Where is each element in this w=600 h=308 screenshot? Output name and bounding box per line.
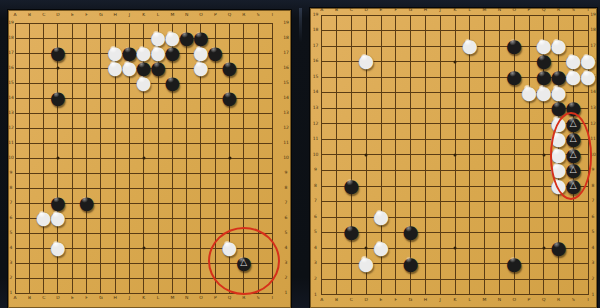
goban-cell[interactable] [36,76,50,91]
goban-cell[interactable] [418,209,433,225]
goban-cell[interactable]: ● [507,38,522,54]
goban-cell[interactable] [522,132,537,148]
goban-cell[interactable] [536,7,551,23]
goban-cell[interactable] [194,151,208,166]
goban-cell[interactable] [22,271,36,286]
goban-cell[interactable] [65,241,79,256]
goban-cell[interactable] [448,116,463,132]
goban-cell[interactable] [265,46,279,61]
goban-cell[interactable] [566,7,581,23]
goban-cell[interactable] [179,151,193,166]
goban-cell[interactable] [179,286,193,301]
goban-cell[interactable]: ● [51,91,65,106]
goban-cell[interactable] [94,46,108,61]
goban-cell[interactable] [344,23,359,39]
goban-cell[interactable] [108,286,122,301]
goban-cell[interactable] [165,256,179,271]
goban-cell[interactable] [522,240,537,256]
goban-cell[interactable] [329,240,344,256]
goban-cell[interactable] [237,196,251,211]
goban-cell[interactable] [151,286,165,301]
goban-cell[interactable] [237,121,251,136]
goban-cell[interactable] [165,106,179,121]
goban-cell[interactable] [8,226,22,241]
goban-cell[interactable]: ● [51,241,65,256]
goban-cell[interactable] [165,151,179,166]
goban-cell[interactable] [522,287,537,303]
goban-cell[interactable] [208,61,222,76]
goban-cell[interactable] [448,23,463,39]
goban-cell[interactable] [122,151,136,166]
goban-cell[interactable] [314,194,329,210]
goban-cell[interactable] [462,272,477,288]
goban-cell[interactable] [329,116,344,132]
goban-cell[interactable] [22,46,36,61]
goban-cell[interactable] [314,23,329,39]
goban-cell[interactable] [51,151,65,166]
goban-cell[interactable] [222,211,236,226]
goban-cell[interactable] [433,147,448,163]
goban-cell[interactable] [462,147,477,163]
goban-cell[interactable]: ● [374,209,389,225]
goban-cell[interactable] [65,256,79,271]
goban-cell[interactable] [36,61,50,76]
goban-cell[interactable] [265,286,279,301]
goban-cell[interactable] [137,256,151,271]
goban-cell[interactable] [194,271,208,286]
goban-cell[interactable] [94,16,108,31]
goban-cell[interactable] [65,211,79,226]
goban-cell[interactable] [151,106,165,121]
goban-cell[interactable] [251,46,265,61]
goban-cell[interactable] [477,272,492,288]
goban-cell[interactable] [251,196,265,211]
goban-cell[interactable]: ● [151,61,165,76]
goban-cell[interactable] [237,91,251,106]
goban-cell[interactable] [448,256,463,272]
goban-cell[interactable] [22,241,36,256]
goban-cell[interactable] [418,54,433,70]
goban-cell[interactable] [151,121,165,136]
goban-cell[interactable] [194,166,208,181]
goban-cell[interactable] [388,132,403,148]
goban-cell[interactable] [522,116,537,132]
goban-cell[interactable] [8,241,22,256]
goban-cell[interactable] [165,181,179,196]
goban-cell[interactable] [251,211,265,226]
goban-cell[interactable]: ● [222,61,236,76]
goban-cell[interactable] [418,7,433,23]
goban-cell[interactable] [403,101,418,117]
goban-cell[interactable] [51,166,65,181]
goban-cell[interactable] [492,225,507,241]
goban-cell[interactable] [522,225,537,241]
goban-cell[interactable] [222,31,236,46]
goban-cell[interactable] [507,7,522,23]
goban-cell[interactable] [492,240,507,256]
goban-cell[interactable] [403,163,418,179]
goban-cell[interactable] [165,271,179,286]
goban-cell[interactable] [566,240,581,256]
goban-cell[interactable] [94,91,108,106]
goban-cell[interactable] [137,211,151,226]
goban-cell[interactable] [462,101,477,117]
goban-cell[interactable] [418,178,433,194]
goban-cell[interactable] [462,54,477,70]
goban-cell[interactable] [433,272,448,288]
goban-cell[interactable] [344,7,359,23]
goban-cell[interactable] [265,136,279,151]
goban-cell[interactable] [329,272,344,288]
goban-cell[interactable] [448,178,463,194]
goban-cell[interactable] [222,106,236,121]
goban-cell[interactable] [251,121,265,136]
goban-cell[interactable] [403,147,418,163]
goban-cell[interactable] [492,194,507,210]
goban-cell[interactable] [448,163,463,179]
goban-cell[interactable] [433,225,448,241]
goban-cell[interactable] [536,272,551,288]
goban-cell[interactable] [237,181,251,196]
goban-cell[interactable] [94,106,108,121]
goban-cell[interactable] [344,85,359,101]
goban-cell[interactable] [344,272,359,288]
goban-cell[interactable] [374,163,389,179]
goban-cell[interactable] [314,85,329,101]
goban-cell[interactable] [536,101,551,117]
goban-cell[interactable] [79,76,93,91]
goban-cell[interactable] [359,287,374,303]
goban-cell[interactable] [22,151,36,166]
goban-cell[interactable]: ● [581,69,596,85]
goban-cell[interactable]: ● [108,61,122,76]
goban-cell[interactable] [536,209,551,225]
goban-cell[interactable] [344,256,359,272]
goban-cell[interactable] [344,194,359,210]
goban-cell[interactable] [108,136,122,151]
goban-cell[interactable] [314,116,329,132]
goban-cell[interactable] [36,31,50,46]
goban-cell[interactable] [462,194,477,210]
goban-cell[interactable] [79,256,93,271]
goban-cell[interactable] [522,272,537,288]
goban-cell[interactable] [194,241,208,256]
goban-cell[interactable] [433,7,448,23]
goban-cell[interactable] [477,116,492,132]
goban-cell[interactable] [581,209,596,225]
goban-cell[interactable] [536,116,551,132]
goban-cell[interactable] [403,54,418,70]
goban-cell[interactable] [94,166,108,181]
goban-cell[interactable] [108,256,122,271]
goban-cell[interactable] [418,194,433,210]
goban-cell[interactable] [108,271,122,286]
goban-cell[interactable] [581,225,596,241]
goban-cell[interactable] [179,136,193,151]
goban-cell[interactable] [222,16,236,31]
goban-cell[interactable] [208,166,222,181]
goban-cell[interactable] [108,181,122,196]
goban-cell[interactable] [22,166,36,181]
goban-cell[interactable] [448,209,463,225]
goban-cell[interactable] [448,240,463,256]
goban-cell[interactable] [374,132,389,148]
goban-cell[interactable] [251,136,265,151]
goban-cell[interactable] [477,132,492,148]
goban-cell[interactable] [237,61,251,76]
goban-cell[interactable] [151,241,165,256]
goban-cell[interactable] [448,194,463,210]
goban-cell[interactable] [522,23,537,39]
goban-cell[interactable] [65,16,79,31]
goban-cell[interactable]: ● [566,69,581,85]
goban-cell[interactable] [492,85,507,101]
goban-cell[interactable] [251,151,265,166]
goban-cell[interactable] [359,7,374,23]
goban-cell[interactable] [492,256,507,272]
goban-cell[interactable] [237,211,251,226]
goban-cell[interactable] [433,54,448,70]
goban-cell[interactable] [374,38,389,54]
goban-cell[interactable] [477,85,492,101]
goban-cell[interactable] [8,16,22,31]
goban-cell[interactable] [374,256,389,272]
goban-cell[interactable] [492,209,507,225]
goban-cell[interactable] [329,85,344,101]
goban-cell[interactable] [344,287,359,303]
goban-cell[interactable] [36,226,50,241]
goban-cell[interactable] [329,163,344,179]
goban-cell[interactable] [8,151,22,166]
goban-cell[interactable] [477,287,492,303]
goban-cell[interactable] [418,38,433,54]
goban-cell[interactable] [36,241,50,256]
goban-cell[interactable]: ● [359,256,374,272]
goban-cell[interactable] [522,163,537,179]
goban-cell[interactable] [251,61,265,76]
goban-cell[interactable] [79,46,93,61]
goban-cell[interactable] [194,91,208,106]
goban-cell[interactable] [433,23,448,39]
goban-cell[interactable] [477,240,492,256]
goban-cell[interactable] [522,178,537,194]
goban-cell[interactable] [51,16,65,31]
goban-cell[interactable] [8,91,22,106]
goban-cell[interactable] [8,196,22,211]
goban-cell[interactable] [522,101,537,117]
goban-cell[interactable] [108,226,122,241]
goban-cell[interactable] [507,147,522,163]
goban-cell[interactable] [265,151,279,166]
goban-cell[interactable] [536,163,551,179]
goban-cell[interactable] [194,76,208,91]
goban-cell[interactable] [433,178,448,194]
goban-cell[interactable] [265,106,279,121]
goban-cell[interactable] [65,91,79,106]
goban-cell[interactable] [492,101,507,117]
goban-cell[interactable] [551,209,566,225]
goban-cell[interactable] [403,23,418,39]
goban-cell[interactable] [477,101,492,117]
goban-cell[interactable] [566,225,581,241]
goban-cell[interactable] [492,178,507,194]
goban-cell[interactable] [165,241,179,256]
goban-cell[interactable] [388,23,403,39]
goban-cell[interactable] [462,69,477,85]
goban-cell[interactable]: ● [165,76,179,91]
goban-cell[interactable] [122,166,136,181]
goban-cell[interactable]: ● [344,225,359,241]
goban-cell[interactable] [108,91,122,106]
goban-cell[interactable] [194,226,208,241]
goban-cell[interactable] [51,121,65,136]
goban-cell[interactable] [251,91,265,106]
goban-cell[interactable]: ● [522,85,537,101]
goban-cell[interactable] [314,132,329,148]
goban-cell[interactable] [151,166,165,181]
goban-cell[interactable] [359,163,374,179]
goban-cell[interactable] [179,196,193,211]
goban-cell[interactable] [329,38,344,54]
goban-cell[interactable] [8,121,22,136]
goban-cell[interactable] [522,194,537,210]
goban-cell[interactable] [329,132,344,148]
goban-cell[interactable] [374,54,389,70]
goban-cell[interactable] [22,256,36,271]
goban-cell[interactable] [492,38,507,54]
goban-cell[interactable] [251,16,265,31]
goban-cell[interactable] [536,147,551,163]
goban-cell[interactable] [179,256,193,271]
goban-cell[interactable] [51,106,65,121]
goban-cell[interactable] [137,241,151,256]
goban-cell[interactable] [8,136,22,151]
goban-cell[interactable] [208,121,222,136]
goban-cell[interactable] [507,287,522,303]
goban-cell[interactable] [433,116,448,132]
goban-cell[interactable] [536,194,551,210]
goban-cell[interactable] [137,166,151,181]
goban-cell[interactable] [237,76,251,91]
goban-cell[interactable] [359,85,374,101]
goban-cell[interactable] [536,132,551,148]
goban-cell[interactable] [374,147,389,163]
goban-cell[interactable] [462,240,477,256]
goban-cell[interactable] [581,194,596,210]
goban-cell[interactable] [108,196,122,211]
goban-cell[interactable] [462,116,477,132]
goban-cell[interactable] [237,166,251,181]
goban-cell[interactable] [329,69,344,85]
goban-cell[interactable] [388,256,403,272]
goban-cell[interactable] [374,7,389,23]
goban-cell[interactable] [314,54,329,70]
goban-cell[interactable] [194,196,208,211]
goban-cell[interactable] [165,91,179,106]
goban-cell[interactable] [65,271,79,286]
goban-cell[interactable] [122,181,136,196]
goban-cell[interactable] [36,286,50,301]
goban-cell[interactable] [359,132,374,148]
goban-cell[interactable] [165,226,179,241]
goban-cell[interactable] [137,106,151,121]
goban-cell[interactable]: ● [222,91,236,106]
goban-cell[interactable] [36,151,50,166]
goban-cell[interactable] [265,16,279,31]
goban-cell[interactable] [314,101,329,117]
goban-cell[interactable] [179,241,193,256]
goban-cell[interactable] [492,147,507,163]
goban-cell[interactable]: ● [179,31,193,46]
goban-cell[interactable] [165,166,179,181]
goban-cell[interactable] [566,287,581,303]
goban-cell[interactable] [265,211,279,226]
goban-cell[interactable] [36,91,50,106]
goban-cell[interactable] [581,272,596,288]
goban-cell[interactable] [179,211,193,226]
goban-cell[interactable] [344,240,359,256]
goban-cell[interactable] [344,101,359,117]
goban-cell[interactable] [433,101,448,117]
goban-cell[interactable] [314,178,329,194]
goban-cell[interactable] [359,69,374,85]
goban-cell[interactable] [94,241,108,256]
goban-cell[interactable] [36,136,50,151]
goban-cell[interactable] [403,69,418,85]
goban-cell[interactable] [536,225,551,241]
goban-cell[interactable] [151,181,165,196]
goban-cell[interactable] [79,61,93,76]
goban-cell[interactable] [314,256,329,272]
goban-cell[interactable] [507,225,522,241]
goban-cell[interactable] [265,196,279,211]
goban-cell[interactable] [433,132,448,148]
goban-cell[interactable] [448,272,463,288]
goban-cell[interactable] [581,240,596,256]
goban-cell[interactable] [137,151,151,166]
goban-cell[interactable] [581,7,596,23]
goban-cell[interactable] [581,256,596,272]
goban-cell[interactable] [492,7,507,23]
goban-cell[interactable] [388,7,403,23]
goban-cell[interactable] [403,194,418,210]
goban-cell[interactable]: ● [208,46,222,61]
goban-cell[interactable] [433,240,448,256]
goban-cell[interactable] [79,136,93,151]
goban-cell[interactable] [22,31,36,46]
goban-cell[interactable] [8,106,22,121]
goban-cell[interactable] [122,211,136,226]
goban-cell[interactable] [566,272,581,288]
goban-cell[interactable] [65,286,79,301]
goban-cell[interactable] [477,23,492,39]
goban-cell[interactable] [462,7,477,23]
goban-cell[interactable] [507,272,522,288]
goban-cell[interactable] [477,225,492,241]
goban-cell[interactable] [94,136,108,151]
goban-cell[interactable] [94,271,108,286]
goban-cell[interactable] [237,136,251,151]
goban-cell[interactable] [314,163,329,179]
goban-cell[interactable] [208,196,222,211]
goban-cell[interactable] [359,209,374,225]
goban-cell[interactable] [51,286,65,301]
goban-cell[interactable] [122,16,136,31]
goban-cell[interactable] [359,116,374,132]
goban-cell[interactable] [388,147,403,163]
goban-cell[interactable] [448,132,463,148]
goban-cell[interactable] [374,178,389,194]
